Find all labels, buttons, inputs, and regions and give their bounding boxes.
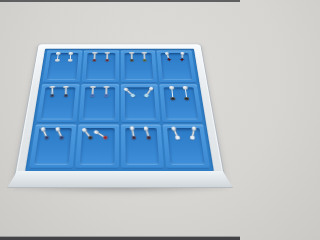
earring-stud-r2c1-1 <box>49 86 57 98</box>
earring-stud-r2c2-1 <box>89 86 97 97</box>
stud-post <box>171 89 173 97</box>
stud-gem <box>165 57 172 62</box>
earring-stud-r1c4-2 <box>178 52 186 62</box>
stud-gem <box>174 135 180 140</box>
stud-gem <box>105 59 109 62</box>
stud-gem <box>171 97 176 100</box>
stud-gem <box>131 135 136 140</box>
earring-stud-r1c1-2 <box>66 52 74 62</box>
stud-post <box>143 54 145 59</box>
pocket-r3c2 <box>75 124 119 169</box>
earring-stud-r1c2-1 <box>91 52 99 62</box>
stud-gem <box>55 59 60 62</box>
stud-post <box>166 55 168 58</box>
stud-post <box>131 54 133 59</box>
earring-stud-r2c2-2 <box>102 86 110 97</box>
earring-stud-r2c4-1 <box>168 86 177 100</box>
acrylic-display-case <box>13 44 227 184</box>
pocket-r1c2 <box>81 51 118 84</box>
pocket-r2c3 <box>120 85 160 123</box>
pocket-r1c4 <box>157 51 197 84</box>
stud-post <box>94 54 96 59</box>
photo-jewelry-display-case <box>0 0 240 240</box>
pocket-r1c1 <box>42 51 82 84</box>
pocket-recess-r2c1 <box>41 88 75 120</box>
pocket-r2c1 <box>36 85 79 123</box>
earring-stud-r3c4-2 <box>187 125 198 140</box>
stud-gem <box>146 135 152 140</box>
earring-stud-r1c1-1 <box>53 52 62 62</box>
insert-grid <box>25 49 214 172</box>
earring-stud-r1c3-1 <box>128 52 136 62</box>
stud-post <box>185 89 188 97</box>
stud-post <box>107 54 109 59</box>
stud-post <box>132 130 135 135</box>
stud-gem <box>68 59 72 62</box>
stud-gem <box>184 97 189 100</box>
table-edge-top <box>0 0 240 2</box>
table-edge-bottom <box>0 236 240 240</box>
stud-gem <box>142 59 146 62</box>
stud-post <box>173 130 177 135</box>
pocket-r3c3 <box>121 124 165 169</box>
stud-gem <box>64 94 68 98</box>
pocket-r2c2 <box>78 85 118 123</box>
pocket-r3c1 <box>29 124 76 169</box>
pocket-r1c3 <box>120 51 157 84</box>
pocket-r3c4 <box>163 124 210 169</box>
stud-post <box>146 130 149 135</box>
earring-stud-r1c2-2 <box>104 52 112 62</box>
case-front-lip <box>7 171 233 188</box>
stud-gem <box>90 94 95 97</box>
stud-gem <box>179 57 185 61</box>
stud-post <box>106 88 108 94</box>
stud-gem <box>50 94 55 98</box>
pocket-r2c4 <box>160 85 203 123</box>
stud-post <box>181 55 183 58</box>
earring-stud-r1c3-2 <box>140 52 148 62</box>
stud-gem <box>92 59 96 62</box>
earring-stud-r2c1-2 <box>62 86 70 98</box>
stud-gem <box>130 59 134 62</box>
stud-post <box>191 130 194 135</box>
stud-post <box>92 88 94 94</box>
stud-gem <box>189 135 194 140</box>
stud-gem <box>104 94 109 97</box>
